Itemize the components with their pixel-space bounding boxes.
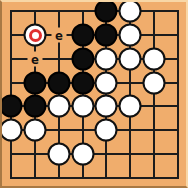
white-stone: [95, 72, 118, 95]
black-stone: [95, 0, 118, 23]
white-stone: [48, 95, 71, 118]
white-stone: [119, 48, 142, 71]
black-stone: [72, 48, 95, 71]
black-stone: [24, 95, 47, 118]
white-stone: [72, 95, 95, 118]
white-stone: [143, 72, 166, 95]
point-label: e: [52, 28, 67, 43]
grid-line-horizontal: [10, 177, 179, 179]
grid-line-vertical: [177, 10, 179, 179]
white-stone: [143, 48, 166, 71]
black-stone: [72, 72, 95, 95]
black-stone: [0, 95, 23, 118]
marked-white-stone: [24, 24, 47, 47]
white-stone: [95, 119, 118, 142]
black-stone: [95, 24, 118, 47]
red-circle-mark-icon: [29, 29, 42, 42]
grid-line-vertical: [153, 10, 155, 179]
black-stone: [48, 72, 71, 95]
black-stone: [24, 72, 47, 95]
white-stone: [95, 95, 118, 118]
black-stone: [72, 24, 95, 47]
white-stone: [119, 95, 142, 118]
white-stone: [95, 48, 118, 71]
white-stone: [0, 119, 23, 142]
white-stone: [119, 0, 142, 23]
point-label: e: [28, 52, 43, 67]
white-stone: [48, 143, 71, 166]
go-board: ee: [0, 0, 188, 188]
white-stone: [119, 24, 142, 47]
white-stone: [24, 119, 47, 142]
white-stone: [72, 143, 95, 166]
